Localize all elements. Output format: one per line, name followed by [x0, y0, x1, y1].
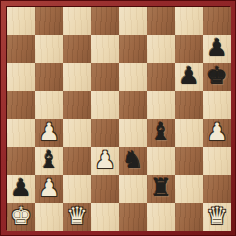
square-f3[interactable] — [147, 147, 175, 175]
square-d6[interactable] — [91, 63, 119, 91]
square-g8[interactable] — [175, 7, 203, 35]
square-e7[interactable] — [119, 35, 147, 63]
square-h7[interactable]: ♟ — [203, 35, 231, 63]
square-a2[interactable]: ♟ — [7, 175, 35, 203]
square-g6[interactable]: ♟ — [175, 63, 203, 91]
black-pawn: ♟ — [206, 34, 228, 62]
square-b4[interactable]: ♟ — [35, 119, 63, 147]
square-c8[interactable] — [63, 7, 91, 35]
square-b7[interactable] — [35, 35, 63, 63]
square-b6[interactable] — [35, 63, 63, 91]
square-g4[interactable] — [175, 119, 203, 147]
white-pawn: ♟ — [38, 174, 60, 202]
white-king: ♚ — [10, 202, 32, 230]
black-pawn: ♟ — [178, 62, 200, 90]
square-d2[interactable] — [91, 175, 119, 203]
square-e4[interactable] — [119, 119, 147, 147]
square-a1[interactable]: ♚ — [7, 203, 35, 231]
board-frame: ♟♟♚♟♝♟♝♟♞♟♟♜♚♛♛ — [0, 0, 236, 236]
black-bishop: ♝ — [38, 146, 60, 174]
square-b2[interactable]: ♟ — [35, 175, 63, 203]
square-h2[interactable] — [203, 175, 231, 203]
square-c2[interactable] — [63, 175, 91, 203]
square-g7[interactable] — [175, 35, 203, 63]
square-d8[interactable] — [91, 7, 119, 35]
square-d1[interactable] — [91, 203, 119, 231]
square-c6[interactable] — [63, 63, 91, 91]
square-f2[interactable]: ♜ — [147, 175, 175, 203]
square-d4[interactable] — [91, 119, 119, 147]
black-knight: ♞ — [122, 146, 144, 174]
square-h5[interactable] — [203, 91, 231, 119]
square-c7[interactable] — [63, 35, 91, 63]
black-rook: ♜ — [150, 174, 172, 202]
square-a7[interactable] — [7, 35, 35, 63]
square-d3[interactable]: ♟ — [91, 147, 119, 175]
square-a3[interactable] — [7, 147, 35, 175]
square-c1[interactable]: ♛ — [63, 203, 91, 231]
square-f6[interactable] — [147, 63, 175, 91]
square-f7[interactable] — [147, 35, 175, 63]
square-h6[interactable]: ♚ — [203, 63, 231, 91]
square-b1[interactable] — [35, 203, 63, 231]
square-e8[interactable] — [119, 7, 147, 35]
square-c5[interactable] — [63, 91, 91, 119]
black-bishop: ♝ — [150, 118, 172, 146]
square-d5[interactable] — [91, 91, 119, 119]
black-pawn: ♟ — [10, 174, 32, 202]
square-h1[interactable]: ♛ — [203, 203, 231, 231]
square-d7[interactable] — [91, 35, 119, 63]
square-e2[interactable] — [119, 175, 147, 203]
square-h8[interactable] — [203, 7, 231, 35]
square-b3[interactable]: ♝ — [35, 147, 63, 175]
square-e6[interactable] — [119, 63, 147, 91]
white-pawn: ♟ — [206, 118, 228, 146]
square-e3[interactable]: ♞ — [119, 147, 147, 175]
square-c4[interactable] — [63, 119, 91, 147]
square-g3[interactable] — [175, 147, 203, 175]
square-f5[interactable] — [147, 91, 175, 119]
black-king: ♚ — [206, 62, 228, 90]
square-h3[interactable] — [203, 147, 231, 175]
white-pawn: ♟ — [94, 146, 116, 174]
square-a8[interactable] — [7, 7, 35, 35]
white-queen: ♛ — [66, 202, 88, 230]
square-e5[interactable] — [119, 91, 147, 119]
chess-board: ♟♟♚♟♝♟♝♟♞♟♟♜♚♛♛ — [6, 6, 230, 230]
square-f4[interactable]: ♝ — [147, 119, 175, 147]
square-h4[interactable]: ♟ — [203, 119, 231, 147]
square-a5[interactable] — [7, 91, 35, 119]
square-g5[interactable] — [175, 91, 203, 119]
square-b8[interactable] — [35, 7, 63, 35]
white-pawn: ♟ — [38, 118, 60, 146]
square-b5[interactable] — [35, 91, 63, 119]
square-f8[interactable] — [147, 7, 175, 35]
square-f1[interactable] — [147, 203, 175, 231]
white-queen: ♛ — [206, 202, 228, 230]
square-g1[interactable] — [175, 203, 203, 231]
square-c3[interactable] — [63, 147, 91, 175]
square-a6[interactable] — [7, 63, 35, 91]
square-e1[interactable] — [119, 203, 147, 231]
square-a4[interactable] — [7, 119, 35, 147]
square-g2[interactable] — [175, 175, 203, 203]
